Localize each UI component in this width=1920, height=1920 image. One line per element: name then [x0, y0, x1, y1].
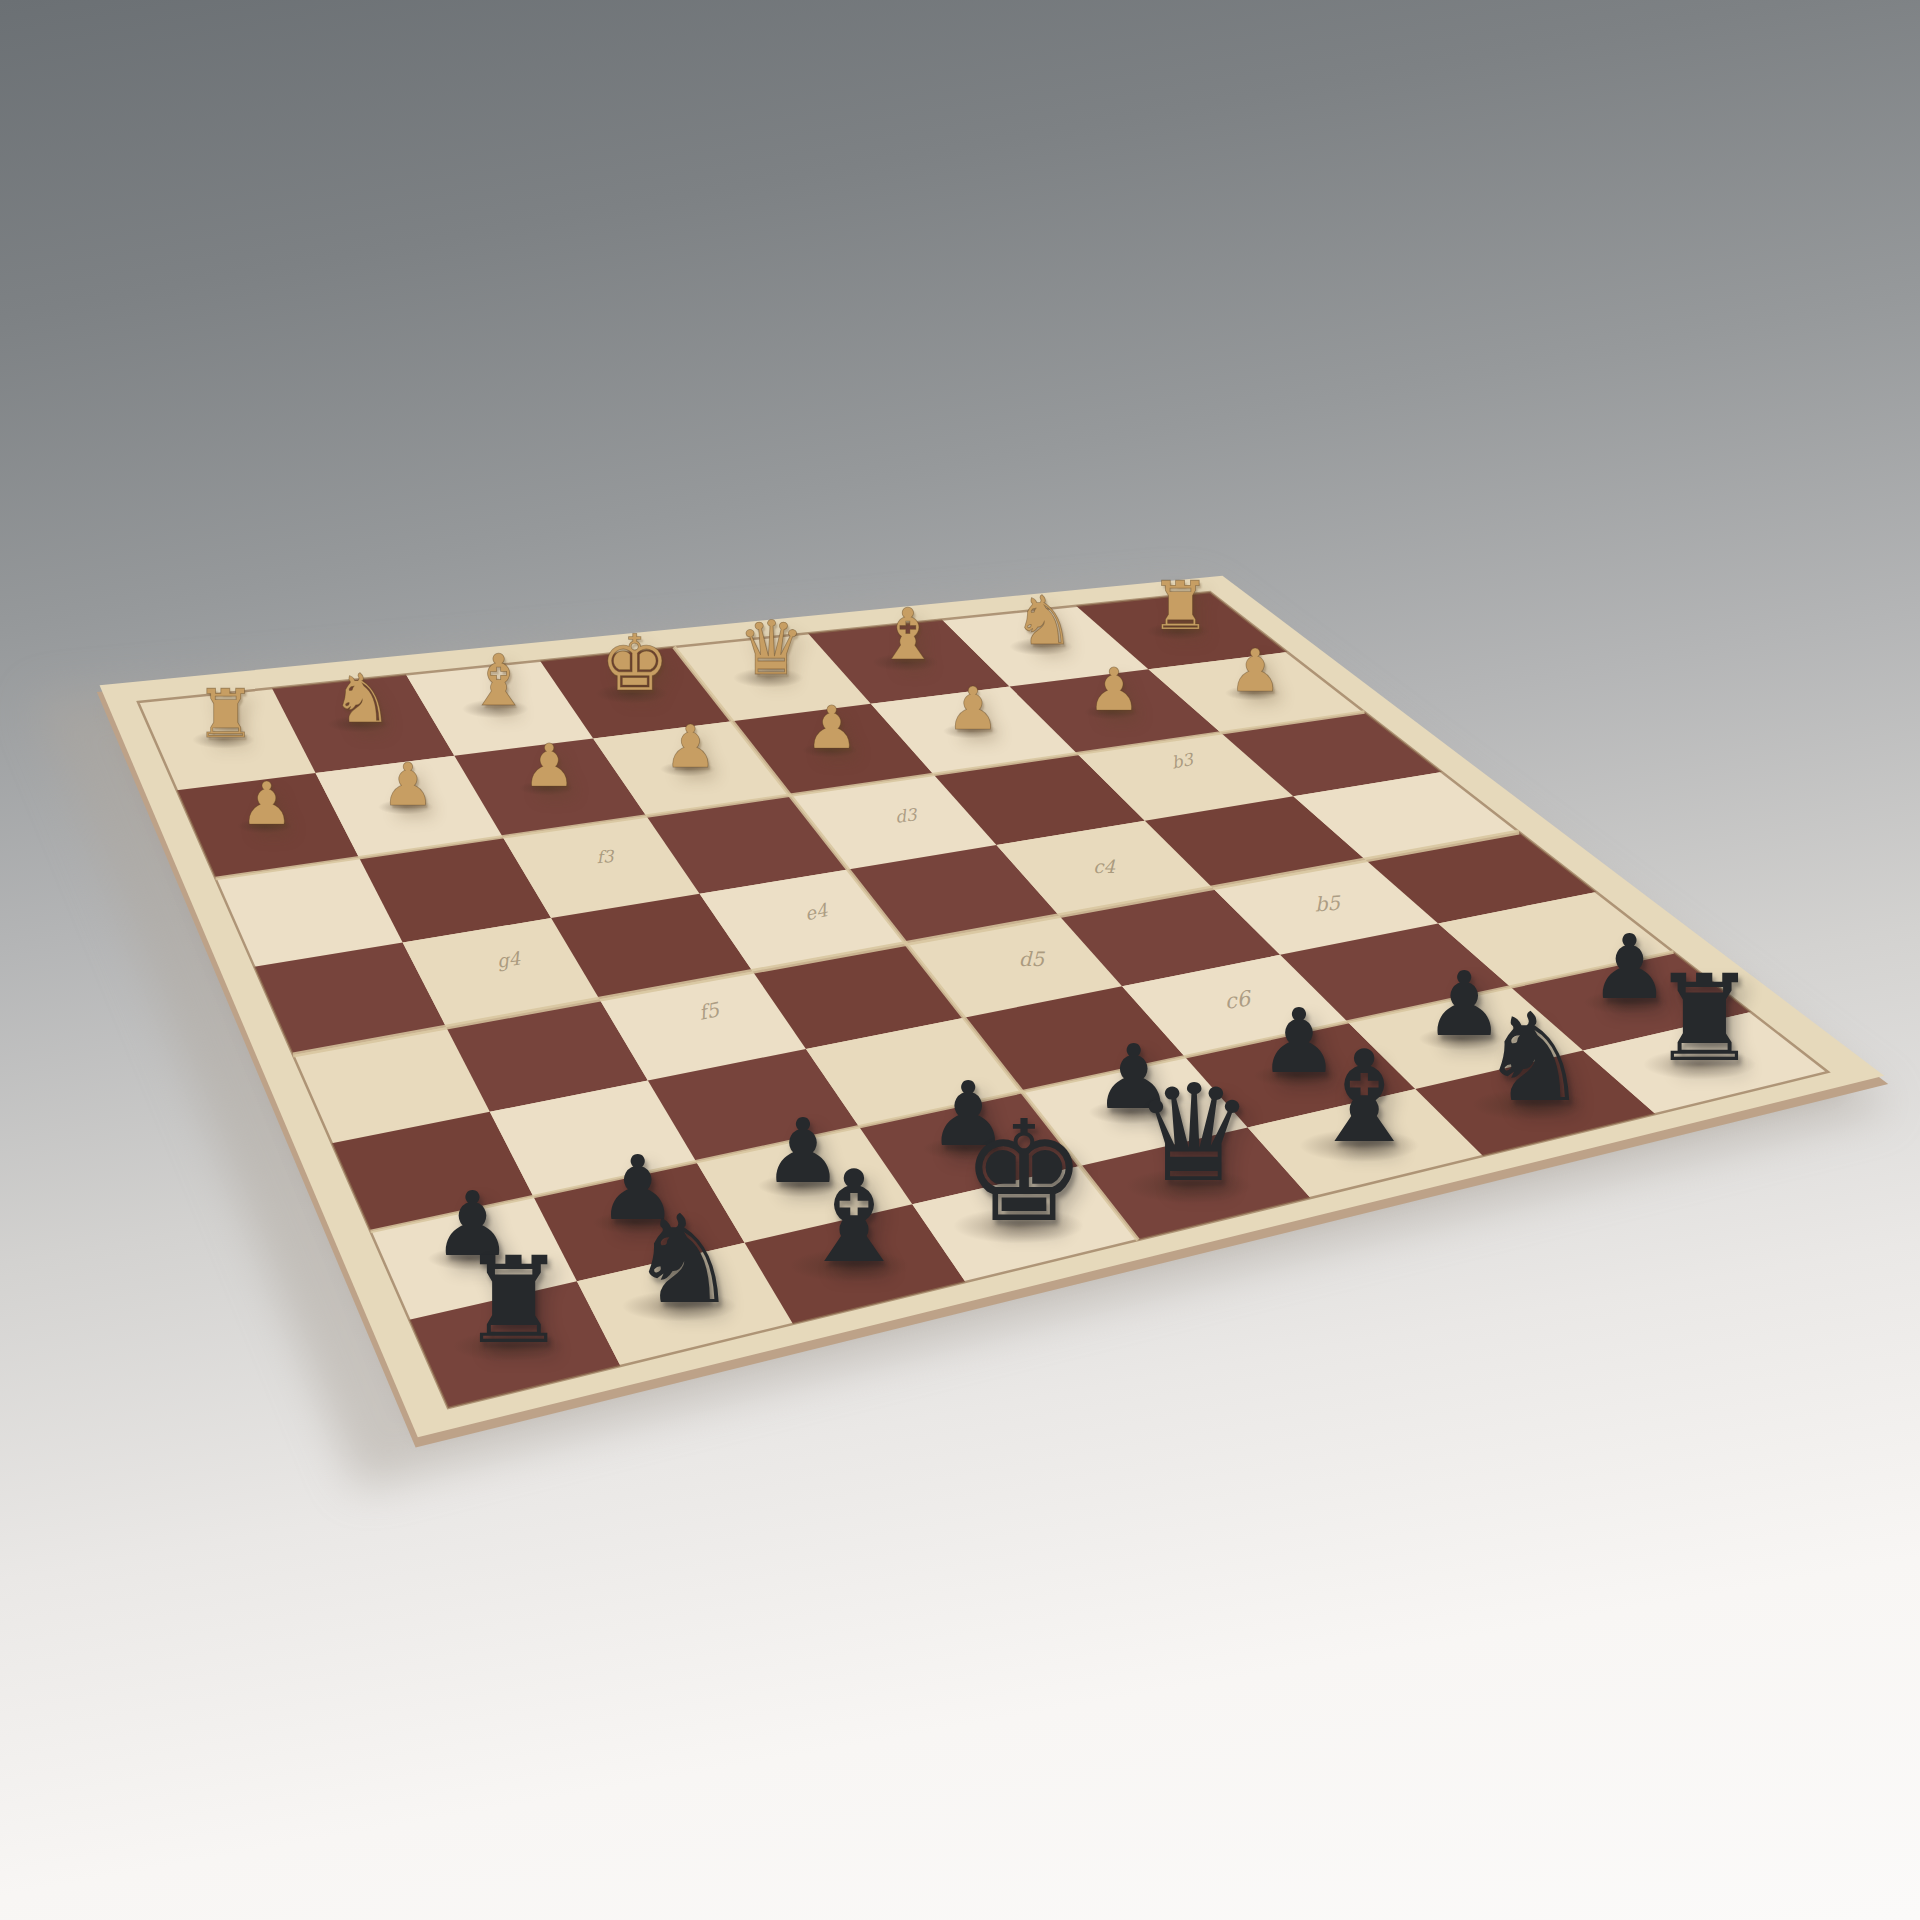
square-annotation-d5: d5	[1019, 948, 1046, 971]
square-annotation-f3: f3	[596, 846, 616, 867]
studio-photo-stage: b3d3f3c4e4g4b5d5f5c6 ♜♞♝♛♚♝♞♜♟♟♟♟♟♟♟♟♟♟♟…	[0, 0, 1920, 1920]
chess-board: b3d3f3c4e4g4b5d5f5c6	[0, 0, 1920, 1920]
square-annotation-c4: c4	[1093, 856, 1115, 877]
square-annotation-d3: d3	[894, 804, 919, 827]
square-annotation-g4: g4	[496, 948, 523, 973]
square-annotation-b5: b5	[1314, 892, 1342, 917]
